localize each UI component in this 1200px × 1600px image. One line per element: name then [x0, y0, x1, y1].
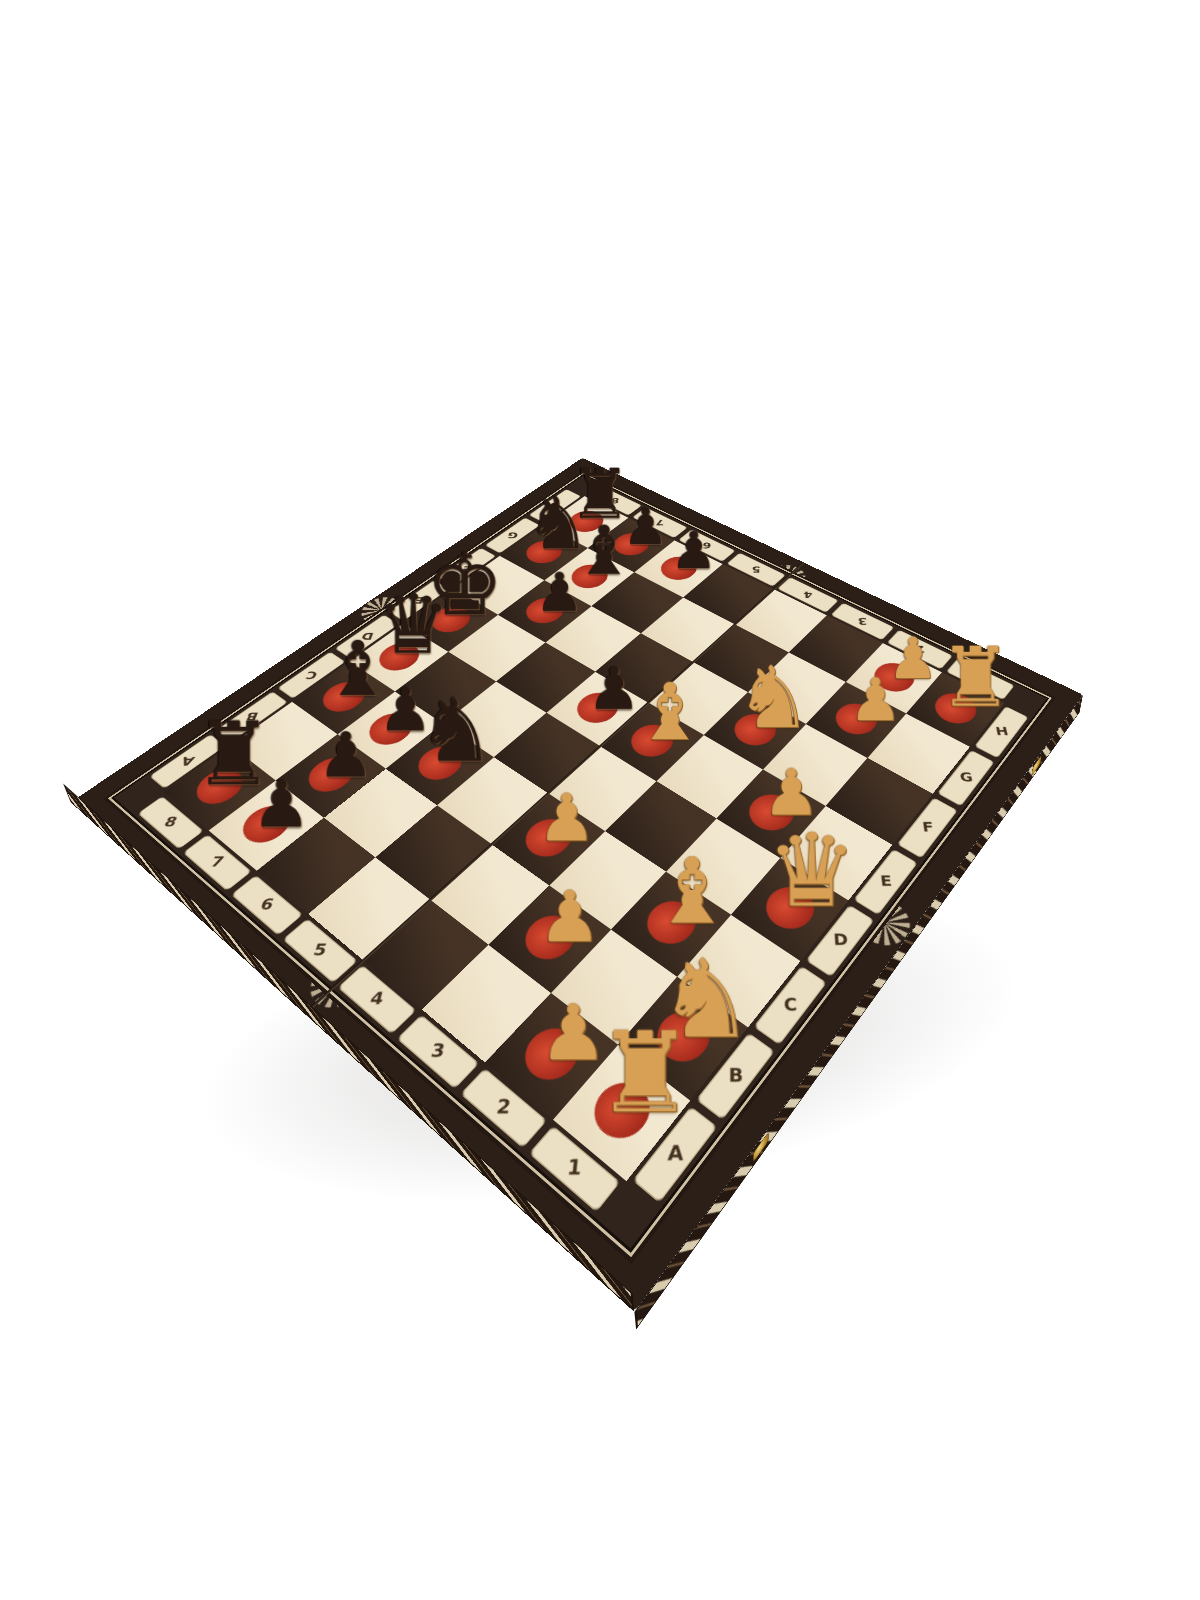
light-queen-d1[interactable]: ♛ — [766, 820, 857, 921]
board-coordinates: ABCDEFGH8♜♝♛♚♞♜87♟♟♟♟♝♟76♞♟65♟54♟♝43♟♞32… — [114, 475, 1046, 1248]
label-plaque: F — [897, 797, 958, 858]
file-label-text: A — [667, 1141, 684, 1166]
photo-stage: ABCDEFGH8♜♝♛♚♞♜87♟♟♟♟♝♟76♞♟65♟54♟♝43♟♞32… — [0, 0, 1200, 1600]
rank-label-text: 6 — [258, 896, 276, 914]
rank-label-text: 5 — [311, 941, 329, 960]
square-g2[interactable]: ♟ — [806, 682, 906, 758]
file-label-text: G — [959, 770, 974, 785]
light-bishop-c2[interactable]: ♝ — [651, 846, 732, 937]
light-bishop-e4[interactable]: ♝ — [635, 673, 705, 751]
rank-label-text: 2 — [495, 1095, 512, 1119]
rank-label-text: 4 — [368, 989, 386, 1009]
file-label-text: B — [729, 1064, 744, 1087]
rank-label-text: 8 — [610, 496, 619, 505]
light-rook-a1[interactable]: ♜ — [595, 1017, 695, 1128]
light-pawn-g2[interactable]: ♟ — [849, 670, 902, 729]
file-label-text: H — [549, 501, 561, 510]
rank-label-text: 4 — [803, 589, 813, 599]
light-pawn-c4[interactable]: ♟ — [537, 785, 596, 850]
dark-pawn-b7[interactable]: ♟ — [318, 724, 374, 786]
scene: ABCDEFGH8♜♝♛♚♞♜87♟♟♟♟♝♟76♞♟65♟54♟♝43♟♞32… — [0, 0, 1200, 1600]
file-label-text: C — [784, 994, 798, 1015]
file-label-text: E — [880, 873, 893, 890]
file-label-text: C — [304, 669, 319, 681]
file-label-text: H — [994, 725, 1009, 738]
dark-pawn-h6[interactable]: ♟ — [671, 525, 717, 576]
board-top-face: ABCDEFGH8♜♝♛♚♞♜87♟♟♟♟♝♟76♞♟65♟54♟♝43♟♞32… — [71, 458, 1083, 1312]
rank-label-text: 6 — [702, 541, 711, 550]
file-label-text: G — [507, 531, 519, 540]
dark-pawn-e5[interactable]: ♟ — [588, 659, 640, 718]
file-label-text: D — [833, 931, 849, 950]
rank-label-text: 7 — [655, 518, 664, 527]
dark-pawn-a7[interactable]: ♟ — [253, 772, 311, 837]
rank-label-text: 3 — [429, 1040, 447, 1062]
rank-label-text: 2 — [914, 643, 925, 655]
rank-label-text: 1 — [566, 1155, 583, 1180]
rank-label-text: 7 — [208, 854, 226, 871]
dark-knight-c6[interactable]: ♞ — [417, 686, 496, 774]
rank-label-text: 8 — [161, 814, 179, 830]
dark-pawn-f7[interactable]: ♟ — [536, 565, 584, 619]
rank-label-text: 3 — [857, 616, 868, 627]
light-pawn-b3[interactable]: ♟ — [538, 881, 601, 952]
rank-label-text: 5 — [752, 564, 761, 574]
chess-board: ABCDEFGH8♜♝♛♚♞♜87♟♟♟♟♝♟76♞♟65♟54♟♝43♟♞32… — [71, 458, 1083, 1312]
file-label-text: F — [921, 819, 934, 835]
light-knight-f3[interactable]: ♞ — [735, 654, 812, 740]
